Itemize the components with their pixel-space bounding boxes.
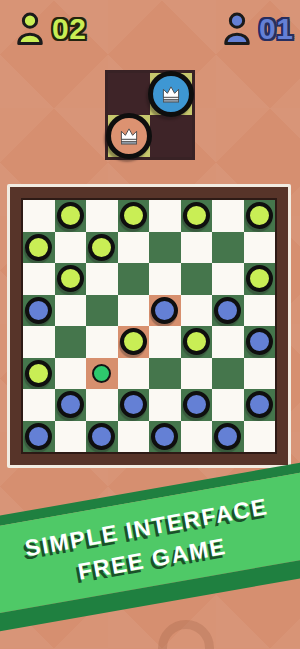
square-r5c5[interactable] bbox=[149, 326, 181, 358]
square-r5c1[interactable] bbox=[23, 326, 55, 358]
square-r3c2[interactable] bbox=[55, 263, 87, 295]
square-r6c4[interactable] bbox=[118, 358, 150, 390]
square-r1c6[interactable] bbox=[181, 200, 213, 232]
square-r4c7[interactable] bbox=[212, 295, 244, 327]
square-r2c3[interactable] bbox=[86, 232, 118, 264]
square-r7c1[interactable] bbox=[23, 389, 55, 421]
yellow-piece[interactable] bbox=[25, 360, 52, 387]
square-r8c3[interactable] bbox=[86, 421, 118, 453]
yellow-piece[interactable] bbox=[25, 234, 52, 261]
square-r7c8[interactable] bbox=[244, 389, 276, 421]
promo-banner: SIMPLE INTERFACE FREE GAME bbox=[0, 459, 300, 635]
promo-dark-square bbox=[150, 115, 192, 157]
square-r3c4[interactable] bbox=[118, 263, 150, 295]
left-player-score-group: 02 bbox=[15, 11, 86, 46]
square-r5c3[interactable] bbox=[86, 326, 118, 358]
square-r1c5[interactable] bbox=[149, 200, 181, 232]
checkers-board bbox=[7, 184, 291, 468]
square-r4c3[interactable] bbox=[86, 295, 118, 327]
square-r5c4[interactable] bbox=[118, 326, 150, 358]
promo-kings-board bbox=[105, 70, 195, 160]
square-r1c8[interactable] bbox=[244, 200, 276, 232]
square-r2c4[interactable] bbox=[118, 232, 150, 264]
promo-light-square bbox=[108, 115, 150, 157]
yellow-piece[interactable] bbox=[246, 265, 273, 292]
blue-piece[interactable] bbox=[151, 423, 178, 450]
blue-piece[interactable] bbox=[246, 391, 273, 418]
square-r6c3[interactable] bbox=[86, 358, 118, 390]
blue-piece[interactable] bbox=[214, 297, 241, 324]
square-r5c6[interactable] bbox=[181, 326, 213, 358]
square-r1c2[interactable] bbox=[55, 200, 87, 232]
square-r4c1[interactable] bbox=[23, 295, 55, 327]
square-r7c4[interactable] bbox=[118, 389, 150, 421]
promo-light-square bbox=[150, 73, 192, 115]
square-r2c6[interactable] bbox=[181, 232, 213, 264]
board-frame bbox=[10, 187, 288, 465]
square-r3c1[interactable] bbox=[23, 263, 55, 295]
square-r4c8[interactable] bbox=[244, 295, 276, 327]
crown-icon bbox=[159, 84, 183, 104]
square-r4c4[interactable] bbox=[118, 295, 150, 327]
blue-piece[interactable] bbox=[57, 391, 84, 418]
move-hint-dot[interactable] bbox=[92, 364, 111, 383]
blue-piece[interactable] bbox=[246, 328, 273, 355]
square-r4c2[interactable] bbox=[55, 295, 87, 327]
app-screen: 02 01 SIMPLE INTERFACE FREE GAME bbox=[0, 0, 300, 649]
yellow-piece[interactable] bbox=[183, 328, 210, 355]
blue-piece[interactable] bbox=[214, 423, 241, 450]
square-r5c8[interactable] bbox=[244, 326, 276, 358]
square-r7c2[interactable] bbox=[55, 389, 87, 421]
yellow-piece[interactable] bbox=[120, 328, 147, 355]
blue-piece[interactable] bbox=[88, 423, 115, 450]
right-player-score: 01 bbox=[259, 11, 293, 46]
square-r7c3[interactable] bbox=[86, 389, 118, 421]
square-r6c7[interactable] bbox=[212, 358, 244, 390]
square-r7c7[interactable] bbox=[212, 389, 244, 421]
salmon-king-piece bbox=[106, 113, 152, 159]
right-player-icon bbox=[222, 11, 252, 46]
square-r6c2[interactable] bbox=[55, 358, 87, 390]
square-r6c6[interactable] bbox=[181, 358, 213, 390]
square-r8c2[interactable] bbox=[55, 421, 87, 453]
square-r3c5[interactable] bbox=[149, 263, 181, 295]
board-grid bbox=[21, 198, 277, 454]
square-r6c8[interactable] bbox=[244, 358, 276, 390]
square-r7c5[interactable] bbox=[149, 389, 181, 421]
square-r4c6[interactable] bbox=[181, 295, 213, 327]
square-r5c2[interactable] bbox=[55, 326, 87, 358]
blue-piece[interactable] bbox=[151, 297, 178, 324]
square-r8c1[interactable] bbox=[23, 421, 55, 453]
right-player-score-group: 01 bbox=[222, 11, 293, 46]
left-player-score: 02 bbox=[52, 11, 86, 46]
yellow-piece[interactable] bbox=[246, 202, 273, 229]
square-r2c7[interactable] bbox=[212, 232, 244, 264]
blue-piece[interactable] bbox=[183, 391, 210, 418]
square-r8c7[interactable] bbox=[212, 421, 244, 453]
square-r8c6[interactable] bbox=[181, 421, 213, 453]
square-r1c3[interactable] bbox=[86, 200, 118, 232]
square-r8c5[interactable] bbox=[149, 421, 181, 453]
square-r1c1[interactable] bbox=[23, 200, 55, 232]
left-player-icon bbox=[15, 11, 45, 46]
square-r1c4[interactable] bbox=[118, 200, 150, 232]
square-r5c7[interactable] bbox=[212, 326, 244, 358]
square-r4c5[interactable] bbox=[149, 295, 181, 327]
square-r1c7[interactable] bbox=[212, 200, 244, 232]
yellow-piece[interactable] bbox=[57, 265, 84, 292]
square-r2c2[interactable] bbox=[55, 232, 87, 264]
square-r3c3[interactable] bbox=[86, 263, 118, 295]
promo-dark-square bbox=[108, 73, 150, 115]
blue-king-piece bbox=[148, 71, 194, 117]
crown-icon bbox=[117, 126, 141, 146]
square-r2c5[interactable] bbox=[149, 232, 181, 264]
blue-piece[interactable] bbox=[120, 391, 147, 418]
square-r8c8[interactable] bbox=[244, 421, 276, 453]
square-r3c8[interactable] bbox=[244, 263, 276, 295]
yellow-piece[interactable] bbox=[57, 202, 84, 229]
square-r6c5[interactable] bbox=[149, 358, 181, 390]
blue-piece[interactable] bbox=[25, 423, 52, 450]
background-ring-decoration bbox=[158, 620, 214, 649]
yellow-piece[interactable] bbox=[183, 202, 210, 229]
square-r3c6[interactable] bbox=[181, 263, 213, 295]
square-r3c7[interactable] bbox=[212, 263, 244, 295]
yellow-piece[interactable] bbox=[120, 202, 147, 229]
square-r6c1[interactable] bbox=[23, 358, 55, 390]
square-r8c4[interactable] bbox=[118, 421, 150, 453]
yellow-piece[interactable] bbox=[88, 234, 115, 261]
square-r7c6[interactable] bbox=[181, 389, 213, 421]
square-r2c1[interactable] bbox=[23, 232, 55, 264]
blue-piece[interactable] bbox=[25, 297, 52, 324]
square-r2c8[interactable] bbox=[244, 232, 276, 264]
